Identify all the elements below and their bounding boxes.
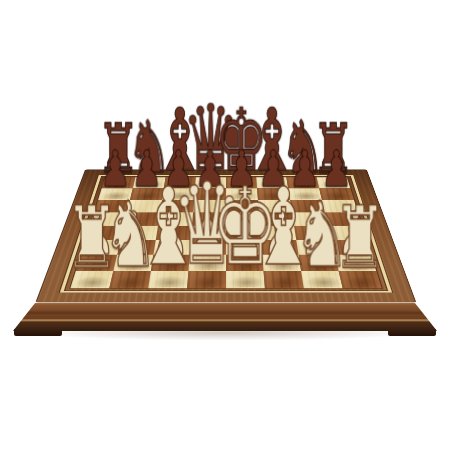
- plinth-foot-right: [388, 329, 436, 336]
- chess-board: ♜♞♝♛♚♝♞♜♟♟♟♟♟♟♟♟♟♟♟♟♟♟♟♟♜♞♝♛♚♝♞♜: [35, 169, 416, 302]
- plinth-foot-left: [14, 329, 62, 336]
- product-photo-scene: ♜♞♝♛♚♝♞♜♟♟♟♟♟♟♟♟♟♟♟♟♟♟♟♟♜♞♝♛♚♝♞♜: [0, 0, 450, 450]
- piece-white-rook-h1[interactable]: ♜: [333, 195, 387, 281]
- board-squares: ♜♞♝♛♚♝♞♜♟♟♟♟♟♟♟♟♟♟♟♟♟♟♟♟♜♞♝♛♚♝♞♜: [70, 177, 381, 288]
- board-plinth: [13, 303, 437, 331]
- square-h1[interactable]: ♜: [339, 271, 382, 288]
